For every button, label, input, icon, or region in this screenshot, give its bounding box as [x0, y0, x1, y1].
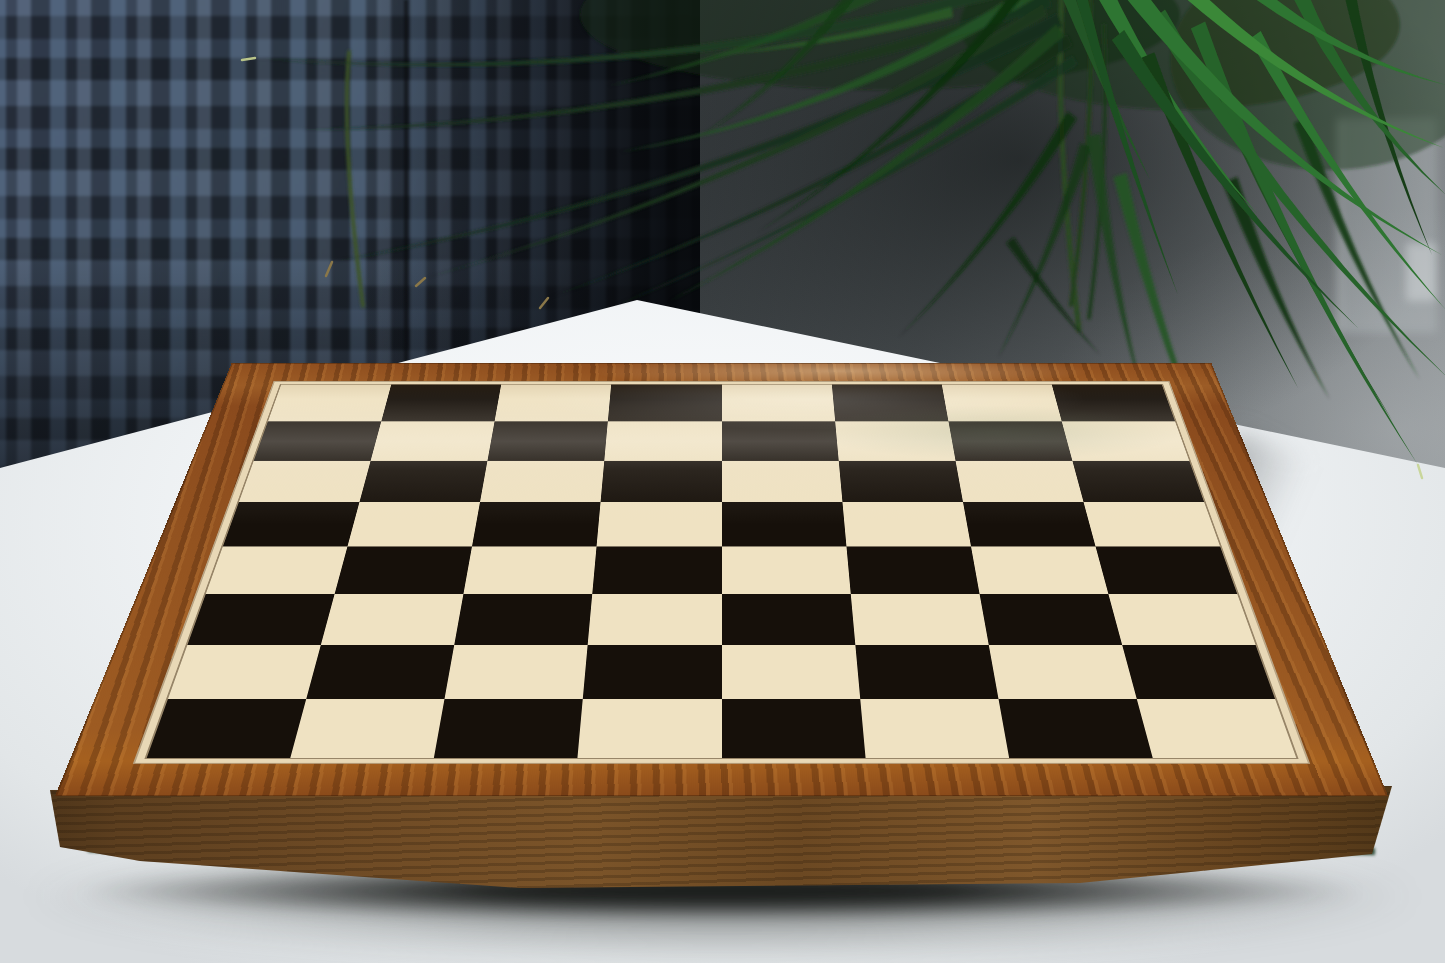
square-b7: [371, 421, 495, 460]
square-a6: [239, 460, 371, 502]
board-border-strip: [133, 381, 1310, 763]
square-e1: [722, 699, 866, 758]
square-f1: [860, 699, 1009, 758]
square-c3: [455, 594, 593, 645]
square-a4: [206, 546, 348, 593]
square-e8: [722, 385, 835, 422]
square-h8: [1052, 385, 1175, 422]
square-h2: [1122, 645, 1275, 700]
square-g1: [998, 699, 1152, 758]
square-c7: [488, 421, 608, 460]
square-h1: [1137, 699, 1297, 758]
square-e2: [722, 645, 860, 700]
square-b2: [306, 645, 454, 700]
square-e7: [722, 421, 839, 460]
square-a8: [268, 385, 391, 422]
square-c4: [464, 546, 597, 593]
square-e3: [722, 594, 855, 645]
square-f2: [855, 645, 998, 700]
square-b5: [348, 502, 481, 546]
square-b1: [290, 699, 444, 758]
square-g7: [948, 421, 1072, 460]
square-c2: [445, 645, 588, 700]
square-g5: [963, 502, 1096, 546]
chessboard: [55, 363, 1388, 796]
square-h7: [1062, 421, 1189, 460]
square-c8: [495, 385, 612, 422]
square-f6: [838, 460, 962, 502]
square-h3: [1108, 594, 1255, 645]
square-d3: [588, 594, 721, 645]
square-g3: [979, 594, 1122, 645]
square-c6: [480, 460, 604, 502]
square-f4: [846, 546, 979, 593]
square-d8: [608, 385, 721, 422]
wall-socket-detail: [1406, 243, 1436, 301]
square-g8: [942, 385, 1062, 422]
square-f7: [835, 421, 955, 460]
square-e5: [722, 502, 847, 546]
square-e6: [722, 460, 843, 502]
square-f8: [832, 385, 949, 422]
square-g4: [971, 546, 1108, 593]
square-c1: [434, 699, 583, 758]
square-d1: [578, 699, 722, 758]
square-f5: [842, 502, 971, 546]
square-f3: [850, 594, 988, 645]
square-h5: [1083, 502, 1220, 546]
square-a5: [223, 502, 360, 546]
scene: [0, 0, 1445, 963]
square-a3: [188, 594, 335, 645]
square-d4: [593, 546, 722, 593]
square-g2: [988, 645, 1136, 700]
square-h4: [1095, 546, 1237, 593]
square-d5: [597, 502, 722, 546]
square-d6: [601, 460, 722, 502]
square-h6: [1072, 460, 1204, 502]
square-a7: [254, 421, 381, 460]
square-b8: [381, 385, 501, 422]
square-a1: [147, 699, 307, 758]
square-a2: [168, 645, 321, 700]
square-d2: [583, 645, 721, 700]
square-b6: [360, 460, 488, 502]
square-b4: [335, 546, 472, 593]
square-g6: [955, 460, 1083, 502]
square-b3: [321, 594, 464, 645]
square-e4: [722, 546, 851, 593]
square-d7: [605, 421, 722, 460]
chessboard-grid: [147, 385, 1297, 758]
square-c5: [472, 502, 601, 546]
